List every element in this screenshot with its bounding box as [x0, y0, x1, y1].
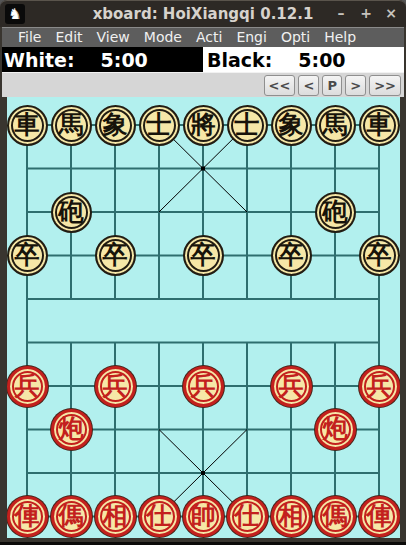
red-chariot[interactable]: 俥	[359, 496, 400, 537]
red-soldier[interactable]: 兵	[7, 366, 48, 407]
black-elephant[interactable]: 象	[95, 105, 136, 146]
red-soldier[interactable]: 兵	[95, 366, 136, 407]
piece-glyph: 相	[103, 503, 128, 528]
red-horse[interactable]: 傌	[51, 496, 92, 537]
maximize-button[interactable]: +	[359, 5, 373, 21]
piece-glyph: 兵	[15, 373, 40, 398]
piece-glyph: 士	[235, 112, 260, 137]
black-horse[interactable]: 馬	[315, 105, 356, 146]
black-clock[interactable]: Black: 5:00	[203, 47, 404, 72]
piece-glyph: 車	[367, 112, 392, 137]
piece-glyph: 象	[279, 112, 304, 137]
xiangqi-board[interactable]: 車馬象士將士象馬車砲砲卒卒卒卒卒兵兵兵兵兵炮炮俥傌相仕帥仕相傌俥	[7, 97, 400, 538]
step-back-button[interactable]: <	[298, 75, 319, 96]
piece-glyph: 俥	[15, 503, 40, 528]
red-elephant[interactable]: 相	[271, 496, 312, 537]
red-general[interactable]: 帥	[183, 496, 224, 537]
piece-glyph: 炮	[323, 416, 348, 441]
red-chariot[interactable]: 俥	[7, 496, 48, 537]
red-elephant[interactable]: 相	[95, 496, 136, 537]
black-advisor[interactable]: 士	[227, 105, 268, 146]
piece-glyph: 兵	[103, 373, 128, 398]
red-cannon[interactable]: 炮	[51, 409, 92, 450]
piece-glyph: 兵	[191, 373, 216, 398]
black-cannon[interactable]: 砲	[51, 192, 92, 233]
piece-glyph: 砲	[59, 199, 84, 224]
step-forward-button[interactable]: >	[345, 75, 366, 96]
black-soldier[interactable]: 卒	[95, 235, 136, 276]
titlebar[interactable]: ♞ xboard: HoiXiangqi 0.12.1 – + ×	[0, 0, 406, 27]
black-chariot[interactable]: 車	[7, 105, 48, 146]
rewind-button[interactable]: <<	[264, 75, 296, 96]
black-soldier[interactable]: 卒	[183, 235, 224, 276]
menubar: FileEditViewModeActiEngiOptiHelp	[2, 27, 404, 47]
board-frame: 車馬象士將士象馬車砲砲卒卒卒卒卒兵兵兵兵兵炮炮俥傌相仕帥仕相傌俥	[0, 97, 406, 545]
black-soldier[interactable]: 卒	[7, 235, 48, 276]
white-clock-time: 5:00	[101, 49, 148, 71]
minimize-button[interactable]: –	[334, 5, 348, 21]
red-advisor[interactable]: 仕	[139, 496, 180, 537]
red-soldier[interactable]: 兵	[271, 366, 312, 407]
piece-glyph: 兵	[279, 373, 304, 398]
board-grid	[7, 97, 400, 538]
clock-bar: White: 5:00 Black: 5:00	[2, 47, 404, 72]
white-clock-label: White:	[4, 49, 75, 71]
menu-item-opti[interactable]: Opti	[281, 28, 310, 47]
piece-glyph: 將	[191, 112, 216, 137]
toolbar: <<<P>>>	[2, 72, 404, 97]
black-horse[interactable]: 馬	[51, 105, 92, 146]
menu-item-help[interactable]: Help	[324, 28, 356, 47]
black-elephant[interactable]: 象	[271, 105, 312, 146]
fast-forward-button[interactable]: >>	[369, 75, 401, 96]
piece-glyph: 仕	[235, 503, 260, 528]
black-soldier[interactable]: 卒	[359, 235, 400, 276]
black-cannon[interactable]: 砲	[315, 192, 356, 233]
piece-glyph: 炮	[59, 416, 84, 441]
menu-item-engi[interactable]: Engi	[236, 28, 267, 47]
xboard-window: ♞ xboard: HoiXiangqi 0.12.1 – + × FileEd…	[0, 0, 406, 545]
piece-glyph: 相	[279, 503, 304, 528]
close-button[interactable]: ×	[384, 5, 398, 21]
red-horse[interactable]: 傌	[315, 496, 356, 537]
piece-glyph: 兵	[367, 373, 392, 398]
black-clock-time: 5:00	[298, 49, 345, 71]
red-soldier[interactable]: 兵	[183, 366, 224, 407]
piece-glyph: 士	[147, 112, 172, 137]
black-advisor[interactable]: 士	[139, 105, 180, 146]
window-controls: – + ×	[334, 5, 398, 21]
piece-glyph: 砲	[323, 199, 348, 224]
piece-glyph: 卒	[103, 242, 128, 267]
menu-item-view[interactable]: View	[97, 28, 130, 47]
white-clock[interactable]: White: 5:00	[2, 47, 203, 72]
red-advisor[interactable]: 仕	[227, 496, 268, 537]
piece-glyph: 俥	[367, 503, 392, 528]
menu-item-mode[interactable]: Mode	[144, 28, 182, 47]
piece-glyph: 卒	[15, 242, 40, 267]
red-soldier[interactable]: 兵	[359, 366, 400, 407]
black-general[interactable]: 將	[183, 105, 224, 146]
piece-glyph: 馬	[323, 112, 348, 137]
black-soldier[interactable]: 卒	[271, 235, 312, 276]
menu-item-file[interactable]: File	[18, 28, 41, 47]
red-cannon[interactable]: 炮	[315, 409, 356, 450]
black-chariot[interactable]: 車	[359, 105, 400, 146]
menu-item-acti[interactable]: Acti	[196, 28, 222, 47]
piece-glyph: 象	[103, 112, 128, 137]
menu-item-edit[interactable]: Edit	[55, 28, 82, 47]
piece-glyph: 車	[15, 112, 40, 137]
piece-glyph: 傌	[59, 503, 84, 528]
piece-glyph: 仕	[147, 503, 172, 528]
piece-glyph: 傌	[323, 503, 348, 528]
pause-button[interactable]: P	[322, 75, 342, 96]
piece-glyph: 卒	[367, 242, 392, 267]
piece-glyph: 卒	[191, 242, 216, 267]
piece-glyph: 帥	[191, 503, 216, 528]
piece-glyph: 卒	[279, 242, 304, 267]
piece-glyph: 馬	[59, 112, 84, 137]
black-clock-label: Black:	[207, 49, 272, 71]
